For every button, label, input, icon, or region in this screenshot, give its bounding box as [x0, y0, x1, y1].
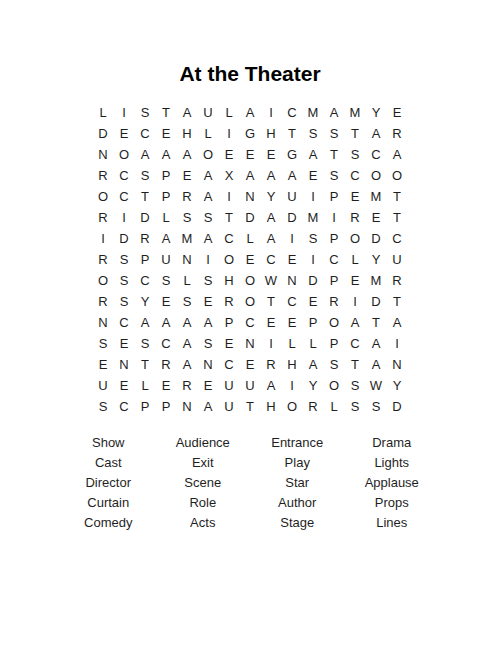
grid-cell-r9c1: O [93, 270, 114, 291]
grid-cell-r4c9: A [261, 165, 282, 186]
word-list-item: Lights [345, 453, 440, 473]
grid-cell-r14c13: S [345, 375, 366, 396]
grid-cell-r9c3: C [135, 270, 156, 291]
grid-cell-r8c11: I [303, 249, 324, 270]
grid-cell-r6c12: I [324, 207, 345, 228]
grid-cell-r11c13: A [345, 312, 366, 333]
grid-cell-r12c9: I [261, 333, 282, 354]
word-list-item: Director [61, 473, 156, 493]
grid-cell-r8c14: Y [366, 249, 387, 270]
word-list-item: Stage [250, 513, 345, 533]
grid-cell-r3c15: A [387, 144, 408, 165]
grid-cell-r10c11: E [303, 291, 324, 312]
grid-cell-r1c5: A [177, 102, 198, 123]
grid-cell-r4c15: O [387, 165, 408, 186]
grid-cell-r14c2: E [114, 375, 135, 396]
grid-cell-r5c12: P [324, 186, 345, 207]
grid-cell-r12c15: I [387, 333, 408, 354]
grid-cell-r15c15: D [387, 396, 408, 417]
grid-cell-r5c6: A [198, 186, 219, 207]
grid-cell-r3c6: O [198, 144, 219, 165]
grid-cell-r14c3: L [135, 375, 156, 396]
grid-cell-r15c9: H [261, 396, 282, 417]
grid-cell-r12c13: C [345, 333, 366, 354]
grid-cell-r4c1: R [93, 165, 114, 186]
grid-cell-r6c9: A [261, 207, 282, 228]
grid-cell-r6c1: R [93, 207, 114, 228]
grid-cell-r2c15: R [387, 123, 408, 144]
grid-cell-r11c8: C [240, 312, 261, 333]
grid-cell-r7c5: M [177, 228, 198, 249]
word-list-item: Lines [345, 513, 440, 533]
grid-cell-r5c7: I [219, 186, 240, 207]
grid-cell-r13c13: T [345, 354, 366, 375]
grid-cell-r10c6: E [198, 291, 219, 312]
grid-cell-r7c12: P [324, 228, 345, 249]
grid-cell-r7c1: I [93, 228, 114, 249]
grid-cell-r15c4: P [156, 396, 177, 417]
grid-cell-r5c14: M [366, 186, 387, 207]
grid-cell-r5c8: N [240, 186, 261, 207]
grid-cell-r15c12: L [324, 396, 345, 417]
grid-cell-r10c7: R [219, 291, 240, 312]
grid-cell-r4c2: C [114, 165, 135, 186]
grid-cell-r2c4: E [156, 123, 177, 144]
grid-cell-r7c14: D [366, 228, 387, 249]
grid-cell-r10c9: T [261, 291, 282, 312]
grid-cell-r14c5: R [177, 375, 198, 396]
grid-cell-r11c2: C [114, 312, 135, 333]
grid-cell-r4c7: X [219, 165, 240, 186]
grid-cell-r14c9: A [261, 375, 282, 396]
grid-cell-r15c8: T [240, 396, 261, 417]
word-list-column-3: EntrancePlayStarAuthorStage [250, 433, 345, 533]
grid-cell-r11c12: O [324, 312, 345, 333]
grid-cell-r8c15: U [387, 249, 408, 270]
word-list-item: Play [250, 453, 345, 473]
grid-cell-r8c3: P [135, 249, 156, 270]
grid-cell-r12c2: E [114, 333, 135, 354]
grid-cell-r13c14: A [366, 354, 387, 375]
grid-cell-r2c7: I [219, 123, 240, 144]
word-list-item: Cast [61, 453, 156, 473]
grid-cell-r5c9: Y [261, 186, 282, 207]
word-list-item: Star [250, 473, 345, 493]
grid-cell-r12c10: L [282, 333, 303, 354]
grid-cell-r14c11: Y [303, 375, 324, 396]
grid-cell-r2c8: G [240, 123, 261, 144]
puzzle-title: At the Theater [0, 61, 500, 86]
grid-cell-r4c5: E [177, 165, 198, 186]
grid-cell-r11c15: A [387, 312, 408, 333]
grid-cell-r5c4: P [156, 186, 177, 207]
grid-cell-r3c9: E [261, 144, 282, 165]
grid-cell-r6c15: T [387, 207, 408, 228]
word-list-item: Exit [156, 453, 251, 473]
grid-cell-r14c6: E [198, 375, 219, 396]
grid-cell-r8c10: E [282, 249, 303, 270]
grid-cell-r8c4: U [156, 249, 177, 270]
grid-cell-r9c9: W [261, 270, 282, 291]
grid-cell-r14c4: E [156, 375, 177, 396]
grid-cell-r4c14: O [366, 165, 387, 186]
grid-cell-r12c1: S [93, 333, 114, 354]
grid-cell-r13c11: A [303, 354, 324, 375]
grid-cell-r6c8: D [240, 207, 261, 228]
word-list-item: Applause [345, 473, 440, 493]
grid-cell-r6c6: S [198, 207, 219, 228]
grid-cell-r14c14: W [366, 375, 387, 396]
grid-cell-r3c3: A [135, 144, 156, 165]
grid-cell-r1c15: E [387, 102, 408, 123]
grid-cell-r15c1: S [93, 396, 114, 417]
word-list-column-1: ShowCastDirectorCurtainComedy [61, 433, 156, 533]
grid-cell-r3c5: A [177, 144, 198, 165]
grid-cell-r12c3: S [135, 333, 156, 354]
grid-cell-r7c6: A [198, 228, 219, 249]
grid-cell-r2c1: D [93, 123, 114, 144]
grid-cell-r10c2: S [114, 291, 135, 312]
grid-cell-r6c7: T [219, 207, 240, 228]
grid-cell-r1c10: C [282, 102, 303, 123]
grid-cell-r8c9: C [261, 249, 282, 270]
grid-cell-r8c12: C [324, 249, 345, 270]
grid-cell-r12c4: C [156, 333, 177, 354]
grid-cell-r13c4: R [156, 354, 177, 375]
grid-cell-r13c3: T [135, 354, 156, 375]
grid-cell-r15c14: S [366, 396, 387, 417]
grid-cell-r9c5: L [177, 270, 198, 291]
grid-cell-r4c4: P [156, 165, 177, 186]
grid-cell-r15c3: P [135, 396, 156, 417]
grid-cell-r7c3: R [135, 228, 156, 249]
grid-cell-r10c14: D [366, 291, 387, 312]
grid-cell-r10c13: I [345, 291, 366, 312]
grid-cell-r11c7: P [219, 312, 240, 333]
worksheet-page: At the Theater LISTAULAICMAMYEDECEHLIGHT… [0, 61, 500, 647]
grid-cell-r2c3: C [135, 123, 156, 144]
grid-cell-r3c13: S [345, 144, 366, 165]
grid-cell-r15c13: S [345, 396, 366, 417]
grid-cell-r5c3: T [135, 186, 156, 207]
grid-cell-r11c9: E [261, 312, 282, 333]
grid-cell-r1c9: I [261, 102, 282, 123]
grid-cell-r7c13: O [345, 228, 366, 249]
grid-cell-r1c4: T [156, 102, 177, 123]
grid-cell-r11c6: A [198, 312, 219, 333]
grid-cell-r9c11: D [303, 270, 324, 291]
word-list-item: Acts [156, 513, 251, 533]
grid-cell-r6c3: D [135, 207, 156, 228]
grid-cell-r5c5: R [177, 186, 198, 207]
grid-cell-r13c12: S [324, 354, 345, 375]
grid-cell-r5c10: U [282, 186, 303, 207]
grid-cell-r8c13: L [345, 249, 366, 270]
grid-cell-r4c11: E [303, 165, 324, 186]
letter-grid: LISTAULAICMAMYEDECEHLIGHTSSTARNOAAAOEEEG… [93, 102, 408, 417]
grid-cell-r5c1: O [93, 186, 114, 207]
grid-cell-r9c7: H [219, 270, 240, 291]
grid-cell-r3c10: G [282, 144, 303, 165]
grid-cell-r6c11: M [303, 207, 324, 228]
grid-cell-r11c5: A [177, 312, 198, 333]
grid-cell-r11c3: A [135, 312, 156, 333]
grid-cell-r14c12: O [324, 375, 345, 396]
grid-cell-r13c6: N [198, 354, 219, 375]
grid-cell-r3c2: O [114, 144, 135, 165]
grid-cell-r11c11: P [303, 312, 324, 333]
grid-cell-r5c11: I [303, 186, 324, 207]
grid-cell-r13c7: C [219, 354, 240, 375]
grid-cell-r13c15: N [387, 354, 408, 375]
grid-cell-r2c2: E [114, 123, 135, 144]
word-list-item: Role [156, 493, 251, 513]
grid-cell-r2c12: S [324, 123, 345, 144]
word-list-column-2: AudienceExitSceneRoleActs [156, 433, 251, 533]
grid-cell-r4c3: S [135, 165, 156, 186]
grid-cell-r14c15: Y [387, 375, 408, 396]
word-list-item: Scene [156, 473, 251, 493]
word-list-item: Curtain [61, 493, 156, 513]
word-list-item: Props [345, 493, 440, 513]
grid-cell-r2c10: T [282, 123, 303, 144]
grid-cell-r2c11: S [303, 123, 324, 144]
grid-cell-r1c8: A [240, 102, 261, 123]
grid-cell-r5c15: T [387, 186, 408, 207]
grid-cell-r4c8: A [240, 165, 261, 186]
grid-cell-r1c2: I [114, 102, 135, 123]
grid-cell-r12c11: L [303, 333, 324, 354]
grid-cell-r8c1: R [93, 249, 114, 270]
grid-cell-r15c10: O [282, 396, 303, 417]
grid-cell-r7c10: I [282, 228, 303, 249]
grid-cell-r10c1: R [93, 291, 114, 312]
grid-cell-r12c6: S [198, 333, 219, 354]
word-list: ShowCastDirectorCurtainComedyAudienceExi… [61, 433, 439, 533]
grid-cell-r1c6: U [198, 102, 219, 123]
grid-cell-r10c5: S [177, 291, 198, 312]
grid-cell-r2c13: T [345, 123, 366, 144]
grid-cell-r11c10: E [282, 312, 303, 333]
grid-cell-r12c12: P [324, 333, 345, 354]
grid-cell-r3c7: E [219, 144, 240, 165]
grid-cell-r9c4: S [156, 270, 177, 291]
grid-cell-r2c6: L [198, 123, 219, 144]
grid-cell-r5c2: C [114, 186, 135, 207]
grid-cell-r1c7: L [219, 102, 240, 123]
word-list-item: Drama [345, 433, 440, 453]
grid-cell-r9c8: O [240, 270, 261, 291]
grid-cell-r15c2: C [114, 396, 135, 417]
word-list-item: Author [250, 493, 345, 513]
grid-cell-r1c3: S [135, 102, 156, 123]
grid-cell-r1c12: A [324, 102, 345, 123]
grid-cell-r3c14: C [366, 144, 387, 165]
grid-cell-r3c1: N [93, 144, 114, 165]
grid-cell-r12c14: A [366, 333, 387, 354]
grid-cell-r12c8: N [240, 333, 261, 354]
grid-cell-r1c11: M [303, 102, 324, 123]
grid-cell-r2c14: A [366, 123, 387, 144]
grid-cell-r10c15: T [387, 291, 408, 312]
grid-cell-r6c10: D [282, 207, 303, 228]
grid-cell-r5c13: E [345, 186, 366, 207]
grid-cell-r14c1: U [93, 375, 114, 396]
grid-cell-r13c1: E [93, 354, 114, 375]
grid-cell-r9c13: E [345, 270, 366, 291]
grid-cell-r7c7: C [219, 228, 240, 249]
grid-cell-r6c4: L [156, 207, 177, 228]
grid-cell-r7c15: C [387, 228, 408, 249]
grid-cell-r8c6: I [198, 249, 219, 270]
grid-cell-r6c2: I [114, 207, 135, 228]
grid-cell-r9c2: S [114, 270, 135, 291]
grid-cell-r6c14: E [366, 207, 387, 228]
grid-cell-r7c4: A [156, 228, 177, 249]
grid-cell-r9c14: M [366, 270, 387, 291]
grid-cell-r1c13: M [345, 102, 366, 123]
grid-cell-r7c8: L [240, 228, 261, 249]
grid-cell-r11c1: N [93, 312, 114, 333]
grid-cell-r4c13: C [345, 165, 366, 186]
grid-cell-r6c13: R [345, 207, 366, 228]
grid-cell-r1c14: Y [366, 102, 387, 123]
grid-cell-r13c2: N [114, 354, 135, 375]
grid-cell-r9c6: S [198, 270, 219, 291]
grid-cell-r3c11: A [303, 144, 324, 165]
grid-cell-r3c8: E [240, 144, 261, 165]
grid-cell-r7c11: S [303, 228, 324, 249]
grid-cell-r4c6: A [198, 165, 219, 186]
word-list-item: Audience [156, 433, 251, 453]
grid-cell-r14c7: U [219, 375, 240, 396]
grid-cell-r14c10: I [282, 375, 303, 396]
grid-cell-r2c9: H [261, 123, 282, 144]
grid-cell-r13c8: E [240, 354, 261, 375]
grid-cell-r9c12: P [324, 270, 345, 291]
word-list-item: Comedy [61, 513, 156, 533]
grid-cell-r15c5: N [177, 396, 198, 417]
grid-cell-r11c4: A [156, 312, 177, 333]
grid-cell-r7c9: A [261, 228, 282, 249]
grid-cell-r9c15: R [387, 270, 408, 291]
grid-cell-r2c5: H [177, 123, 198, 144]
grid-cell-r10c8: O [240, 291, 261, 312]
grid-cell-r7c2: D [114, 228, 135, 249]
grid-cell-r8c7: O [219, 249, 240, 270]
grid-cell-r13c5: A [177, 354, 198, 375]
grid-cell-r4c10: A [282, 165, 303, 186]
grid-cell-r12c5: A [177, 333, 198, 354]
grid-cell-r3c12: T [324, 144, 345, 165]
grid-cell-r10c4: E [156, 291, 177, 312]
word-list-column-4: DramaLightsApplausePropsLines [345, 433, 440, 533]
grid-cell-r15c7: U [219, 396, 240, 417]
word-list-item: Entrance [250, 433, 345, 453]
grid-cell-r13c10: H [282, 354, 303, 375]
grid-cell-r10c12: R [324, 291, 345, 312]
grid-cell-r15c6: A [198, 396, 219, 417]
grid-cell-r3c4: A [156, 144, 177, 165]
grid-cell-r15c11: R [303, 396, 324, 417]
grid-cell-r9c10: N [282, 270, 303, 291]
word-list-item: Show [61, 433, 156, 453]
grid-cell-r8c5: N [177, 249, 198, 270]
grid-cell-r8c8: E [240, 249, 261, 270]
grid-cell-r11c14: T [366, 312, 387, 333]
grid-cell-r6c5: S [177, 207, 198, 228]
grid-cell-r12c7: E [219, 333, 240, 354]
grid-cell-r8c2: S [114, 249, 135, 270]
grid-cell-r1c1: L [93, 102, 114, 123]
grid-cell-r13c9: R [261, 354, 282, 375]
grid-cell-r4c12: S [324, 165, 345, 186]
grid-cell-r14c8: U [240, 375, 261, 396]
grid-cell-r10c3: Y [135, 291, 156, 312]
grid-cell-r10c10: C [282, 291, 303, 312]
